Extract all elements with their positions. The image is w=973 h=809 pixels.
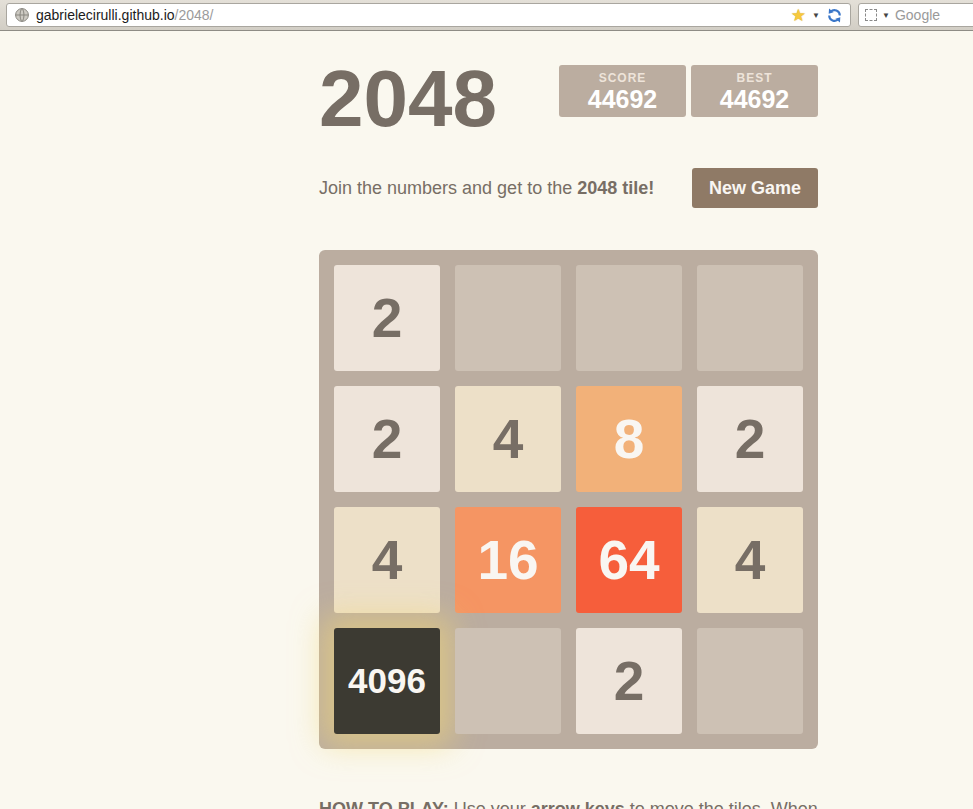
tile-2: 2 [334, 265, 440, 371]
new-game-button[interactable]: New Game [692, 168, 818, 208]
tile-2: 2 [576, 628, 682, 734]
search-engine-dropdown-icon[interactable]: ▼ [882, 11, 890, 20]
scores-container: SCORE 44692 BEST 44692 [559, 65, 818, 117]
reload-icon[interactable] [826, 7, 843, 24]
score-value: 44692 [588, 85, 658, 113]
url-host: gabrielecirulli.github.io [36, 7, 175, 23]
url-text[interactable]: gabrielecirulli.github.io/2048/ [36, 7, 785, 23]
tile-4096: 4096 [334, 628, 440, 734]
intro-text-normal: Join the numbers and get to the [319, 178, 577, 198]
board: 2248241664440962 [319, 250, 818, 749]
best-value: 44692 [720, 85, 790, 113]
tile-4: 4 [697, 507, 803, 613]
empty-cell [576, 265, 682, 371]
score-box: SCORE 44692 [559, 65, 686, 117]
search-box[interactable]: ▼ Google [858, 3, 973, 27]
browser-toolbar: gabrielecirulli.github.io/2048/ ★ ▼ ▼ Go… [0, 0, 973, 31]
intro-text: Join the numbers and get to the 2048 til… [319, 178, 654, 199]
tile-64: 64 [576, 507, 682, 613]
search-engine-icon[interactable] [865, 9, 877, 21]
empty-cell [697, 265, 803, 371]
how-to-play-bold: arrow keys [531, 799, 625, 809]
score-label: SCORE [599, 72, 647, 85]
tile-2: 2 [334, 386, 440, 492]
url-path: /2048/ [175, 7, 214, 23]
bookmark-star-icon[interactable]: ★ [791, 7, 806, 24]
empty-cell [455, 265, 561, 371]
intro-row: Join the numbers and get to the 2048 til… [319, 168, 818, 208]
tile-2: 2 [697, 386, 803, 492]
how-to-play-body-1: Use your [449, 799, 531, 809]
tile-16: 16 [455, 507, 561, 613]
best-box: BEST 44692 [691, 65, 818, 117]
tile-4: 4 [334, 507, 440, 613]
search-placeholder[interactable]: Google [895, 7, 940, 23]
tile-4: 4 [455, 386, 561, 492]
url-bar[interactable]: gabrielecirulli.github.io/2048/ ★ ▼ [6, 3, 851, 27]
tile-8: 8 [576, 386, 682, 492]
globe-icon [14, 7, 30, 23]
game-title: 2048 [319, 59, 497, 139]
intro-text-bold: 2048 tile! [577, 178, 654, 198]
bookmark-dropdown-icon[interactable]: ▼ [812, 11, 820, 20]
best-label: BEST [736, 72, 772, 85]
empty-cell [697, 628, 803, 734]
how-to-play-text: How to play: Use your arrow keys to move… [319, 797, 844, 809]
empty-cell [455, 628, 561, 734]
how-to-play-label: How to play: [319, 799, 449, 809]
